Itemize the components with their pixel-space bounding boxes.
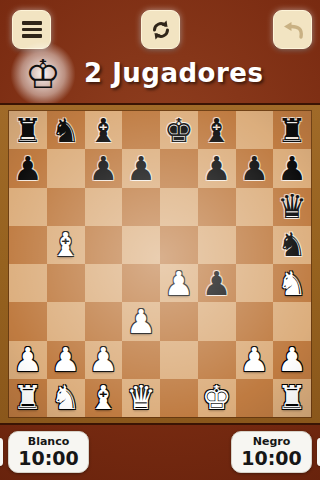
piece-black-rook: ♜	[277, 114, 307, 147]
piece-white-bishop: ♝	[89, 381, 119, 414]
square-e5[interactable]	[160, 226, 198, 264]
square-c8[interactable]: ♝	[85, 111, 123, 149]
piece-black-bishop: ♝	[202, 114, 232, 147]
square-g2[interactable]: ♟	[236, 341, 274, 379]
white-clock: Blanco 10:00	[8, 431, 89, 473]
square-d6[interactable]	[122, 188, 160, 226]
square-a8[interactable]: ♜	[9, 111, 47, 149]
left-edge-card-sliver	[0, 438, 3, 466]
square-h1[interactable]: ♜	[273, 379, 311, 417]
square-b4[interactable]	[47, 264, 85, 302]
square-f7[interactable]: ♟	[198, 149, 236, 187]
square-e2[interactable]	[160, 341, 198, 379]
square-g7[interactable]: ♟	[236, 149, 274, 187]
square-e1[interactable]	[160, 379, 198, 417]
square-f3[interactable]	[198, 302, 236, 340]
piece-black-knight: ♞	[277, 228, 307, 261]
square-h6[interactable]: ♛	[273, 188, 311, 226]
page-title: 2 Jugadores	[84, 58, 304, 88]
refresh-icon	[149, 18, 173, 42]
square-a6[interactable]	[9, 188, 47, 226]
square-b8[interactable]: ♞	[47, 111, 85, 149]
square-b2[interactable]: ♟	[47, 341, 85, 379]
piece-black-pawn: ♟	[202, 267, 232, 300]
square-d3[interactable]: ♟	[122, 302, 160, 340]
square-a3[interactable]	[9, 302, 47, 340]
piece-black-pawn: ♟	[126, 152, 156, 185]
square-d1[interactable]: ♛	[122, 379, 160, 417]
black-clock-label: Negro	[253, 436, 291, 448]
piece-black-rook: ♜	[13, 114, 43, 147]
piece-black-knight: ♞	[51, 114, 81, 147]
piece-white-pawn: ♟	[89, 343, 119, 376]
square-c4[interactable]	[85, 264, 123, 302]
chess-board: ♜♞♝♚♝♜♟♟♟♟♟♟♛♝♞♟♟♞♟♟♟♟♟♟♜♞♝♛♚♜	[8, 110, 312, 418]
square-b7[interactable]	[47, 149, 85, 187]
piece-black-pawn: ♟	[202, 152, 232, 185]
square-h4[interactable]: ♞	[273, 264, 311, 302]
square-g4[interactable]	[236, 264, 274, 302]
square-h5[interactable]: ♞	[273, 226, 311, 264]
piece-black-pawn: ♟	[13, 152, 43, 185]
undo-arrow-icon	[280, 18, 306, 42]
piece-black-pawn: ♟	[277, 152, 307, 185]
chess-board-frame: ♜♞♝♚♝♜♟♟♟♟♟♟♛♝♞♟♟♞♟♟♟♟♟♟♜♞♝♛♚♜	[0, 103, 320, 425]
square-c5[interactable]	[85, 226, 123, 264]
square-d5[interactable]	[122, 226, 160, 264]
square-f5[interactable]	[198, 226, 236, 264]
square-c3[interactable]	[85, 302, 123, 340]
square-e8[interactable]: ♚	[160, 111, 198, 149]
square-f8[interactable]: ♝	[198, 111, 236, 149]
piece-white-pawn: ♟	[13, 343, 43, 376]
piece-white-knight: ♞	[277, 267, 307, 300]
square-c2[interactable]: ♟	[85, 341, 123, 379]
square-f1[interactable]: ♚	[198, 379, 236, 417]
piece-white-pawn: ♟	[51, 343, 81, 376]
square-b5[interactable]: ♝	[47, 226, 85, 264]
white-king-icon: ♔	[11, 42, 75, 106]
piece-white-queen: ♛	[126, 381, 156, 414]
black-clock: Negro 10:00	[231, 431, 312, 473]
piece-white-rook: ♜	[13, 381, 43, 414]
piece-black-king: ♚	[164, 114, 194, 147]
piece-white-pawn: ♟	[164, 267, 194, 300]
square-g6[interactable]	[236, 188, 274, 226]
square-a4[interactable]	[9, 264, 47, 302]
square-e6[interactable]	[160, 188, 198, 226]
square-f4[interactable]: ♟	[198, 264, 236, 302]
square-g8[interactable]	[236, 111, 274, 149]
square-a7[interactable]: ♟	[9, 149, 47, 187]
square-b1[interactable]: ♞	[47, 379, 85, 417]
square-h3[interactable]	[273, 302, 311, 340]
piece-black-pawn: ♟	[240, 152, 270, 185]
piece-black-queen: ♛	[277, 190, 307, 223]
square-d8[interactable]	[122, 111, 160, 149]
piece-white-king: ♚	[202, 381, 232, 414]
square-d4[interactable]	[122, 264, 160, 302]
square-a1[interactable]: ♜	[9, 379, 47, 417]
square-h8[interactable]: ♜	[273, 111, 311, 149]
piece-white-rook: ♜	[277, 381, 307, 414]
white-king-glyph: ♔	[25, 54, 61, 94]
undo-button[interactable]	[273, 10, 312, 49]
square-e4[interactable]: ♟	[160, 264, 198, 302]
square-d7[interactable]: ♟	[122, 149, 160, 187]
square-c6[interactable]	[85, 188, 123, 226]
white-clock-label: Blanco	[28, 436, 70, 448]
black-clock-time: 10:00	[241, 448, 301, 469]
square-f2[interactable]	[198, 341, 236, 379]
piece-black-pawn: ♟	[89, 152, 119, 185]
square-d2[interactable]	[122, 341, 160, 379]
piece-white-pawn: ♟	[126, 305, 156, 338]
square-g3[interactable]	[236, 302, 274, 340]
square-h2[interactable]: ♟	[273, 341, 311, 379]
piece-black-bishop: ♝	[89, 114, 119, 147]
white-clock-time: 10:00	[18, 448, 78, 469]
refresh-button[interactable]	[141, 10, 180, 49]
piece-white-pawn: ♟	[277, 343, 307, 376]
square-g5[interactable]	[236, 226, 274, 264]
hamburger-icon	[22, 21, 42, 38]
square-e7[interactable]	[160, 149, 198, 187]
square-e3[interactable]	[160, 302, 198, 340]
square-c1[interactable]: ♝	[85, 379, 123, 417]
square-b3[interactable]	[47, 302, 85, 340]
square-c7[interactable]: ♟	[85, 149, 123, 187]
square-h7[interactable]: ♟	[273, 149, 311, 187]
square-b6[interactable]	[47, 188, 85, 226]
piece-white-pawn: ♟	[240, 343, 270, 376]
square-f6[interactable]	[198, 188, 236, 226]
square-a2[interactable]: ♟	[9, 341, 47, 379]
piece-white-bishop: ♝	[51, 228, 81, 261]
piece-white-knight: ♞	[51, 381, 81, 414]
square-a5[interactable]	[9, 226, 47, 264]
square-g1[interactable]	[236, 379, 274, 417]
